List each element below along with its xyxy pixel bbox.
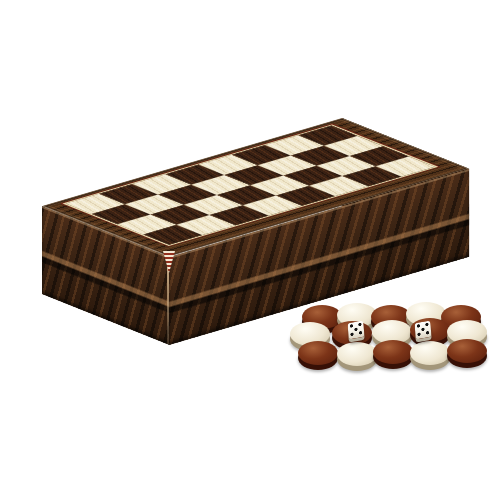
checker-piece-light [337, 342, 377, 371]
checker-top-surface [373, 340, 413, 364]
die [348, 321, 365, 340]
die [415, 321, 432, 340]
checker-top-surface [298, 341, 338, 365]
checker-top-surface [410, 341, 450, 365]
checker-piece-dark [373, 340, 413, 369]
checker-top-surface [447, 339, 487, 363]
checker-top-surface [337, 342, 377, 366]
checker-piece-dark [447, 339, 487, 368]
checker-piece-light [410, 341, 450, 370]
product-photo [0, 0, 500, 500]
checker-piece-dark [298, 341, 338, 370]
checkers-group [0, 0, 500, 500]
